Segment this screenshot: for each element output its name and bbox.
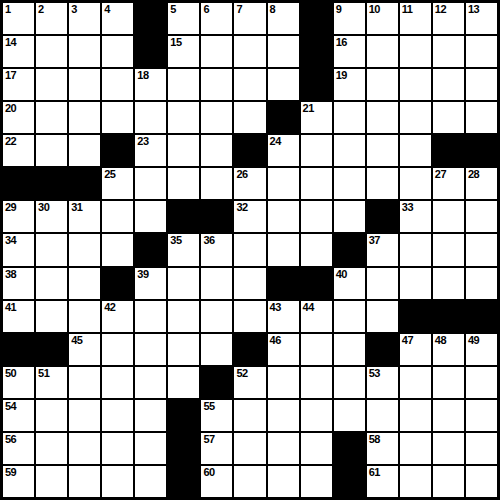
clue-number: 25 — [104, 168, 115, 181]
cell-r6c15[interactable]: 28 — [466, 168, 497, 199]
clue-number: 37 — [369, 234, 380, 247]
clue-number: 56 — [5, 433, 16, 446]
clue-number: 45 — [71, 334, 82, 347]
cell-r13c7[interactable]: 55 — [201, 400, 232, 431]
clue-number: 18 — [137, 69, 148, 82]
cell-r3c14[interactable] — [433, 69, 464, 100]
clue-number: 24 — [270, 135, 281, 148]
cell-r10c4[interactable]: 42 — [102, 301, 133, 332]
cell-r6c6[interactable] — [168, 168, 199, 199]
cell-r4c6[interactable] — [168, 102, 199, 133]
cell-r11c9[interactable]: 46 — [268, 334, 299, 365]
cell-r14c14[interactable] — [433, 433, 464, 464]
clue-number: 51 — [38, 367, 49, 380]
black-cell — [433, 301, 464, 332]
clue-number: 44 — [303, 301, 314, 314]
cell-r15c3[interactable] — [69, 466, 100, 497]
cell-r12c12[interactable]: 53 — [367, 367, 398, 398]
cell-r14c10[interactable] — [301, 433, 332, 464]
cell-r8c4[interactable] — [102, 234, 133, 265]
cell-r12c11[interactable] — [334, 367, 365, 398]
cell-r5c3[interactable] — [69, 135, 100, 166]
cell-r4c11[interactable] — [334, 102, 365, 133]
clue-number: 38 — [5, 268, 16, 281]
cell-r13c15[interactable] — [466, 400, 497, 431]
cell-r2c9[interactable] — [268, 36, 299, 67]
cell-r11c7[interactable] — [201, 334, 232, 365]
cell-r3c4[interactable] — [102, 69, 133, 100]
cell-r1c6[interactable]: 5 — [168, 3, 199, 34]
cell-r7c1[interactable]: 29 — [3, 201, 34, 232]
cell-r10c7[interactable] — [201, 301, 232, 332]
cell-r7c5[interactable] — [135, 201, 166, 232]
cell-r9c8[interactable] — [234, 268, 265, 299]
cell-r11c10[interactable] — [301, 334, 332, 365]
black-cell — [36, 334, 67, 365]
clue-number: 32 — [236, 201, 247, 214]
cell-r12c10[interactable] — [301, 367, 332, 398]
black-cell — [268, 102, 299, 133]
cell-r6c9[interactable] — [268, 168, 299, 199]
cell-r7c4[interactable] — [102, 201, 133, 232]
cell-r11c14[interactable]: 48 — [433, 334, 464, 365]
cell-r9c13[interactable] — [400, 268, 431, 299]
cell-r15c10[interactable] — [301, 466, 332, 497]
cell-r5c10[interactable] — [301, 135, 332, 166]
cell-r5c1[interactable]: 22 — [3, 135, 34, 166]
cell-r12c2[interactable]: 51 — [36, 367, 67, 398]
cell-r14c1[interactable]: 56 — [3, 433, 34, 464]
cell-r10c12[interactable] — [367, 301, 398, 332]
cell-r7c10[interactable] — [301, 201, 332, 232]
cell-r5c11[interactable] — [334, 135, 365, 166]
cell-r12c13[interactable] — [400, 367, 431, 398]
black-cell — [334, 234, 365, 265]
cell-r15c13[interactable] — [400, 466, 431, 497]
clue-number: 61 — [369, 466, 380, 479]
cell-r14c7[interactable]: 57 — [201, 433, 232, 464]
clue-number: 2 — [38, 3, 44, 16]
clue-number: 23 — [137, 135, 148, 148]
cell-r11c13[interactable]: 47 — [400, 334, 431, 365]
clue-number: 15 — [170, 36, 181, 49]
cell-r8c7[interactable]: 36 — [201, 234, 232, 265]
clue-number: 10 — [369, 3, 380, 16]
cell-r3c2[interactable] — [36, 69, 67, 100]
black-cell — [168, 433, 199, 464]
cell-r4c12[interactable] — [367, 102, 398, 133]
clue-number: 48 — [435, 334, 446, 347]
black-cell — [301, 3, 332, 34]
clue-number: 22 — [5, 135, 16, 148]
cell-r6c11[interactable] — [334, 168, 365, 199]
cell-r8c9[interactable] — [268, 234, 299, 265]
black-cell — [301, 69, 332, 100]
clue-number: 13 — [468, 3, 479, 16]
cell-r11c6[interactable] — [168, 334, 199, 365]
clue-number: 11 — [402, 3, 413, 16]
cell-r3c11[interactable]: 19 — [334, 69, 365, 100]
cell-r1c2[interactable]: 2 — [36, 3, 67, 34]
black-cell — [102, 135, 133, 166]
cell-r6c12[interactable] — [367, 168, 398, 199]
cell-r11c15[interactable]: 49 — [466, 334, 497, 365]
clue-number: 49 — [468, 334, 479, 347]
clue-number: 54 — [5, 400, 16, 413]
cell-r2c4[interactable] — [102, 36, 133, 67]
black-cell — [367, 201, 398, 232]
clue-number: 57 — [203, 433, 214, 446]
cell-r13c3[interactable] — [69, 400, 100, 431]
clue-number: 33 — [402, 201, 413, 214]
cell-r4c10[interactable]: 21 — [301, 102, 332, 133]
black-cell — [168, 201, 199, 232]
cell-r13c10[interactable] — [301, 400, 332, 431]
cell-r9c6[interactable] — [168, 268, 199, 299]
clue-number: 27 — [435, 168, 446, 181]
cell-r12c9[interactable] — [268, 367, 299, 398]
clue-number: 9 — [336, 3, 342, 16]
cell-r14c2[interactable] — [36, 433, 67, 464]
cell-r6c5[interactable] — [135, 168, 166, 199]
clue-number: 31 — [71, 201, 82, 214]
cell-r1c15[interactable]: 13 — [466, 3, 497, 34]
cell-r13c14[interactable] — [433, 400, 464, 431]
cell-r8c10[interactable] — [301, 234, 332, 265]
clue-number: 47 — [402, 334, 413, 347]
cell-r10c6[interactable] — [168, 301, 199, 332]
cell-r14c12[interactable]: 58 — [367, 433, 398, 464]
cell-r8c1[interactable]: 34 — [3, 234, 34, 265]
clue-number: 42 — [104, 301, 115, 314]
clue-number: 5 — [170, 3, 176, 16]
cell-r11c3[interactable]: 45 — [69, 334, 100, 365]
cell-r10c9[interactable]: 43 — [268, 301, 299, 332]
cell-r3c8[interactable] — [234, 69, 265, 100]
cell-r4c8[interactable] — [234, 102, 265, 133]
cell-r9c7[interactable] — [201, 268, 232, 299]
clue-number: 16 — [336, 36, 347, 49]
cell-r4c15[interactable] — [466, 102, 497, 133]
cell-r10c2[interactable] — [36, 301, 67, 332]
cell-r13c9[interactable] — [268, 400, 299, 431]
cell-r6c7[interactable] — [201, 168, 232, 199]
cell-r7c8[interactable]: 32 — [234, 201, 265, 232]
clue-number: 1 — [5, 3, 11, 16]
cell-r3c15[interactable] — [466, 69, 497, 100]
cell-r1c9[interactable]: 8 — [268, 3, 299, 34]
clue-number: 3 — [71, 3, 77, 16]
cell-r12c6[interactable] — [168, 367, 199, 398]
cell-r10c10[interactable]: 44 — [301, 301, 332, 332]
cell-r5c7[interactable] — [201, 135, 232, 166]
clue-number: 7 — [236, 3, 242, 16]
cell-r1c14[interactable]: 12 — [433, 3, 464, 34]
black-cell — [268, 268, 299, 299]
cell-r4c4[interactable] — [102, 102, 133, 133]
cell-r1c4[interactable]: 4 — [102, 3, 133, 34]
cell-r12c4[interactable] — [102, 367, 133, 398]
cell-r3c7[interactable] — [201, 69, 232, 100]
cell-r13c11[interactable] — [334, 400, 365, 431]
cell-r9c11[interactable]: 40 — [334, 268, 365, 299]
black-cell — [466, 135, 497, 166]
black-cell — [36, 168, 67, 199]
cell-r7c13[interactable]: 33 — [400, 201, 431, 232]
cell-r2c8[interactable] — [234, 36, 265, 67]
clue-number: 6 — [203, 3, 209, 16]
cell-r15c2[interactable] — [36, 466, 67, 497]
cell-r6c4[interactable]: 25 — [102, 168, 133, 199]
cell-r13c5[interactable] — [135, 400, 166, 431]
cell-r11c5[interactable] — [135, 334, 166, 365]
black-cell — [168, 466, 199, 497]
cell-r14c9[interactable] — [268, 433, 299, 464]
cell-r13c13[interactable] — [400, 400, 431, 431]
cell-r1c7[interactable]: 6 — [201, 3, 232, 34]
cell-r14c13[interactable] — [400, 433, 431, 464]
cell-r2c3[interactable] — [69, 36, 100, 67]
cell-r15c8[interactable] — [234, 466, 265, 497]
cell-r8c8[interactable] — [234, 234, 265, 265]
black-cell — [201, 201, 232, 232]
cell-r14c5[interactable] — [135, 433, 166, 464]
cell-r3c9[interactable] — [268, 69, 299, 100]
cell-r4c5[interactable] — [135, 102, 166, 133]
cell-r4c2[interactable] — [36, 102, 67, 133]
cell-r13c4[interactable] — [102, 400, 133, 431]
cell-r14c15[interactable] — [466, 433, 497, 464]
cell-r14c4[interactable] — [102, 433, 133, 464]
black-cell — [301, 268, 332, 299]
cell-r12c3[interactable] — [69, 367, 100, 398]
cell-r4c7[interactable] — [201, 102, 232, 133]
cell-r15c14[interactable] — [433, 466, 464, 497]
cell-r15c9[interactable] — [268, 466, 299, 497]
cell-r15c7[interactable]: 60 — [201, 466, 232, 497]
cell-r2c11[interactable]: 16 — [334, 36, 365, 67]
cell-r3c1[interactable]: 17 — [3, 69, 34, 100]
cell-r1c1[interactable]: 1 — [3, 3, 34, 34]
clue-number: 50 — [5, 367, 16, 380]
cell-r3c6[interactable] — [168, 69, 199, 100]
clue-number: 59 — [5, 466, 16, 479]
cell-r4c1[interactable]: 20 — [3, 102, 34, 133]
cell-r8c6[interactable]: 35 — [168, 234, 199, 265]
black-cell — [367, 334, 398, 365]
clue-number: 46 — [270, 334, 281, 347]
cell-r10c8[interactable] — [234, 301, 265, 332]
cell-r1c11[interactable]: 9 — [334, 3, 365, 34]
clue-number: 21 — [303, 102, 314, 115]
cell-r5c5[interactable]: 23 — [135, 135, 166, 166]
black-cell — [334, 433, 365, 464]
cell-r5c13[interactable] — [400, 135, 431, 166]
cell-r10c1[interactable]: 41 — [3, 301, 34, 332]
cell-r7c14[interactable] — [433, 201, 464, 232]
clue-number: 35 — [170, 234, 181, 247]
cell-r10c11[interactable] — [334, 301, 365, 332]
cell-r1c13[interactable]: 11 — [400, 3, 431, 34]
cell-r15c1[interactable]: 59 — [3, 466, 34, 497]
cell-r9c12[interactable] — [367, 268, 398, 299]
cell-r11c4[interactable] — [102, 334, 133, 365]
cell-r8c14[interactable] — [433, 234, 464, 265]
cell-r13c12[interactable] — [367, 400, 398, 431]
cell-r9c5[interactable]: 39 — [135, 268, 166, 299]
cell-r5c12[interactable] — [367, 135, 398, 166]
cell-r6c10[interactable] — [301, 168, 332, 199]
cell-r8c15[interactable] — [466, 234, 497, 265]
clue-number: 14 — [5, 36, 16, 49]
black-cell — [201, 367, 232, 398]
clue-number: 12 — [435, 3, 446, 16]
cell-r7c3[interactable]: 31 — [69, 201, 100, 232]
clue-number: 8 — [270, 3, 276, 16]
cell-r2c14[interactable] — [433, 36, 464, 67]
cell-r3c3[interactable] — [69, 69, 100, 100]
cell-r10c5[interactable] — [135, 301, 166, 332]
cell-r5c6[interactable] — [168, 135, 199, 166]
clue-number: 41 — [5, 301, 16, 314]
black-cell — [334, 466, 365, 497]
black-cell — [3, 168, 34, 199]
clue-number: 52 — [236, 367, 247, 380]
clue-number: 36 — [203, 234, 214, 247]
cell-r6c14[interactable]: 27 — [433, 168, 464, 199]
cell-r9c2[interactable] — [36, 268, 67, 299]
cell-r4c3[interactable] — [69, 102, 100, 133]
clue-number: 39 — [137, 268, 148, 281]
cell-r13c1[interactable]: 54 — [3, 400, 34, 431]
cell-r14c8[interactable] — [234, 433, 265, 464]
cell-r3c13[interactable] — [400, 69, 431, 100]
black-cell — [135, 36, 166, 67]
cell-r2c1[interactable]: 14 — [3, 36, 34, 67]
black-cell — [234, 334, 265, 365]
cell-r3c5[interactable]: 18 — [135, 69, 166, 100]
black-cell — [69, 168, 100, 199]
cell-r4c13[interactable] — [400, 102, 431, 133]
black-cell — [400, 301, 431, 332]
clue-number: 34 — [5, 234, 16, 247]
cell-r12c5[interactable] — [135, 367, 166, 398]
black-cell — [168, 400, 199, 431]
cell-r7c9[interactable] — [268, 201, 299, 232]
black-cell — [135, 234, 166, 265]
black-cell — [466, 301, 497, 332]
clue-number: 28 — [468, 168, 479, 181]
cell-r8c2[interactable] — [36, 234, 67, 265]
clue-number: 43 — [270, 301, 281, 314]
cell-r1c3[interactable]: 3 — [69, 3, 100, 34]
cell-r2c6[interactable]: 15 — [168, 36, 199, 67]
black-cell — [102, 268, 133, 299]
cell-r14c3[interactable] — [69, 433, 100, 464]
cell-r5c9[interactable]: 24 — [268, 135, 299, 166]
cell-r2c7[interactable] — [201, 36, 232, 67]
cell-r7c2[interactable]: 30 — [36, 201, 67, 232]
cell-r9c15[interactable] — [466, 268, 497, 299]
clue-number: 26 — [236, 168, 247, 181]
black-cell — [433, 135, 464, 166]
cell-r7c15[interactable] — [466, 201, 497, 232]
clue-number: 58 — [369, 433, 380, 446]
cell-r12c1[interactable]: 50 — [3, 367, 34, 398]
cell-r8c12[interactable]: 37 — [367, 234, 398, 265]
cell-r12c8[interactable]: 52 — [234, 367, 265, 398]
black-cell — [301, 36, 332, 67]
clue-number: 20 — [5, 102, 16, 115]
cell-r6c13[interactable] — [400, 168, 431, 199]
cell-r11c11[interactable] — [334, 334, 365, 365]
clue-number: 30 — [38, 201, 49, 214]
cell-r6c8[interactable]: 26 — [234, 168, 265, 199]
clue-number: 17 — [5, 69, 16, 82]
cell-r9c1[interactable]: 38 — [3, 268, 34, 299]
clue-number: 53 — [369, 367, 380, 380]
clue-number: 60 — [203, 466, 214, 479]
cell-r12c14[interactable] — [433, 367, 464, 398]
cell-r15c4[interactable] — [102, 466, 133, 497]
cell-r9c3[interactable] — [69, 268, 100, 299]
clue-number: 40 — [336, 268, 347, 281]
cell-r15c15[interactable] — [466, 466, 497, 497]
cell-r2c2[interactable] — [36, 36, 67, 67]
crossword-grid: 1234567891011121314151617181920212223242… — [0, 0, 500, 500]
black-cell — [135, 3, 166, 34]
cell-r7c11[interactable] — [334, 201, 365, 232]
cell-r2c12[interactable] — [367, 36, 398, 67]
cell-r8c3[interactable] — [69, 234, 100, 265]
cell-r2c15[interactable] — [466, 36, 497, 67]
cell-r13c2[interactable] — [36, 400, 67, 431]
clue-number: 55 — [203, 400, 214, 413]
cell-r15c12[interactable]: 61 — [367, 466, 398, 497]
cell-r5c2[interactable] — [36, 135, 67, 166]
black-cell — [234, 135, 265, 166]
cell-r12c15[interactable] — [466, 367, 497, 398]
clue-number: 29 — [5, 201, 16, 214]
cell-r1c8[interactable]: 7 — [234, 3, 265, 34]
crossword-puzzle: 1234567891011121314151617181920212223242… — [0, 0, 500, 500]
clue-number: 4 — [104, 3, 110, 16]
cell-r8c13[interactable] — [400, 234, 431, 265]
clue-number: 19 — [336, 69, 347, 82]
cell-r4c14[interactable] — [433, 102, 464, 133]
cell-r13c8[interactable] — [234, 400, 265, 431]
cell-r1c12[interactable]: 10 — [367, 3, 398, 34]
cell-r9c14[interactable] — [433, 268, 464, 299]
black-cell — [3, 334, 34, 365]
cell-r15c5[interactable] — [135, 466, 166, 497]
cell-r10c3[interactable] — [69, 301, 100, 332]
cell-r2c13[interactable] — [400, 36, 431, 67]
cell-r3c12[interactable] — [367, 69, 398, 100]
